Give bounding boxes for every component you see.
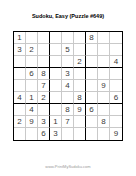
cell-r7c1[interactable] <box>14 104 26 116</box>
cell-r2c3[interactable] <box>38 44 50 56</box>
cell-r4c4[interactable] <box>50 68 62 80</box>
cell-r8c5: 7 <box>62 116 74 128</box>
cell-r5c5: 4 <box>62 80 74 92</box>
cell-r3c5[interactable] <box>62 56 74 68</box>
cell-r5c1[interactable] <box>14 80 26 92</box>
cell-r2c8[interactable] <box>98 44 110 56</box>
cell-r8c8: 8 <box>98 116 110 128</box>
cell-r4c3: 8 <box>38 68 50 80</box>
cell-r6c7[interactable] <box>86 92 98 104</box>
cell-r2c1: 3 <box>14 44 26 56</box>
cell-r9c2[interactable] <box>26 128 38 140</box>
cell-r3c3[interactable] <box>38 56 50 68</box>
cell-r2c2: 2 <box>26 44 38 56</box>
cell-r3c2[interactable] <box>26 56 38 68</box>
cell-r2c7[interactable] <box>86 44 98 56</box>
cell-r5c3: 7 <box>38 80 50 92</box>
cell-r6c9: 6 <box>110 92 122 104</box>
cell-r5c6[interactable] <box>74 80 86 92</box>
cell-r7c7: 6 <box>86 104 98 116</box>
cell-r5c4[interactable] <box>50 80 62 92</box>
cell-r4c5: 3 <box>62 68 74 80</box>
cell-r5c7[interactable] <box>86 80 98 92</box>
cell-r7c6: 9 <box>74 104 86 116</box>
cell-r7c2: 4 <box>26 104 38 116</box>
cell-r9c5[interactable] <box>62 128 74 140</box>
cell-r8c9[interactable] <box>110 116 122 128</box>
cell-r1c3[interactable] <box>38 32 50 44</box>
cell-r3c9: 4 <box>110 56 122 68</box>
cell-r1c8[interactable] <box>98 32 110 44</box>
cell-r4c8[interactable] <box>98 68 110 80</box>
cell-r8c3: 3 <box>38 116 50 128</box>
cell-r4c2: 6 <box>26 68 38 80</box>
puzzle-title: Sudoku, Easy (Puzzle #649) <box>0 13 136 20</box>
cell-r2c4[interactable] <box>50 44 62 56</box>
footer-url: www.PrintMySudoku.com <box>0 164 136 169</box>
cell-r3c1[interactable] <box>14 56 26 68</box>
cell-r2c6[interactable] <box>74 44 86 56</box>
cell-r8c4: 1 <box>50 116 62 128</box>
cell-r6c8[interactable] <box>98 92 110 104</box>
cell-r1c1: 1 <box>14 32 26 44</box>
cell-r3c4[interactable] <box>50 56 62 68</box>
cell-r4c1[interactable] <box>14 68 26 80</box>
cell-r7c9[interactable] <box>110 104 122 116</box>
cell-r9c4: 3 <box>50 128 62 140</box>
cell-r6c5[interactable] <box>62 92 74 104</box>
cell-r1c4[interactable] <box>50 32 62 44</box>
cell-r9c8[interactable] <box>98 128 110 140</box>
cell-r7c3[interactable] <box>38 104 50 116</box>
cell-r3c8[interactable] <box>98 56 110 68</box>
cell-r2c5: 5 <box>62 44 74 56</box>
cell-r8c6[interactable] <box>74 116 86 128</box>
cell-r5c9[interactable] <box>110 80 122 92</box>
cell-r4c7[interactable] <box>86 68 98 80</box>
cell-r4c9[interactable] <box>110 68 122 80</box>
cell-r9c1[interactable] <box>14 128 26 140</box>
cell-r7c4[interactable] <box>50 104 62 116</box>
cell-r3c6: 2 <box>74 56 86 68</box>
cell-r6c4[interactable] <box>50 92 62 104</box>
cell-r9c3: 6 <box>38 128 50 140</box>
cell-r5c2[interactable] <box>26 80 38 92</box>
cell-r2c9[interactable] <box>110 44 122 56</box>
cell-r9c7[interactable] <box>86 128 98 140</box>
cell-r3c7[interactable] <box>86 56 98 68</box>
cell-r9c6[interactable] <box>74 128 86 140</box>
cell-r8c2: 9 <box>26 116 38 128</box>
cell-r6c1: 4 <box>14 92 26 104</box>
cell-r8c7[interactable] <box>86 116 98 128</box>
cell-r1c7: 8 <box>86 32 98 44</box>
cell-r6c2: 1 <box>26 92 38 104</box>
cell-r7c8[interactable] <box>98 104 110 116</box>
cell-r7c5: 8 <box>62 104 74 116</box>
cell-r8c1: 2 <box>14 116 26 128</box>
cell-r1c2[interactable] <box>26 32 38 44</box>
cell-r6c3: 2 <box>38 92 50 104</box>
cell-r4c6[interactable] <box>74 68 86 80</box>
cell-r9c9: 9 <box>110 128 122 140</box>
sudoku-board: 1832524683749412864896293178639 <box>13 31 123 141</box>
cell-r5c8: 9 <box>98 80 110 92</box>
cell-r1c9[interactable] <box>110 32 122 44</box>
sudoku-sheet: Sudoku, Easy (Puzzle #649) 1832524683749… <box>0 0 136 176</box>
cell-r1c5[interactable] <box>62 32 74 44</box>
cell-r1c6[interactable] <box>74 32 86 44</box>
cell-r6c6: 8 <box>74 92 86 104</box>
